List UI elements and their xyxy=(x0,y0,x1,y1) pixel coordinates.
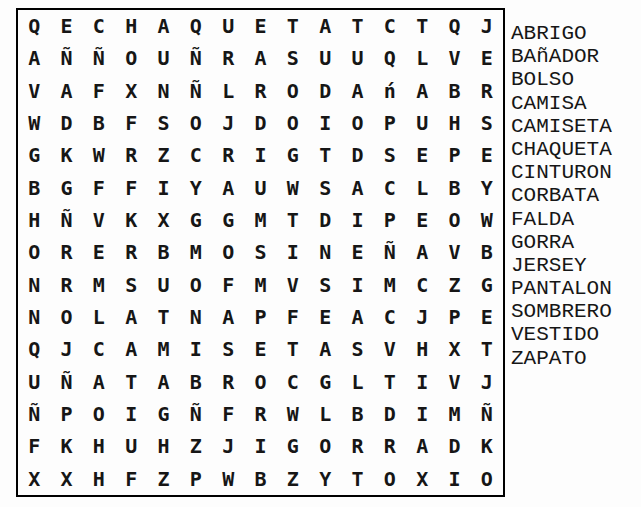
grid-cell[interactable]: R xyxy=(212,139,244,171)
grid-cell[interactable]: X xyxy=(115,75,147,107)
grid-cell[interactable]: B xyxy=(83,107,115,139)
grid-cell[interactable]: I xyxy=(147,172,179,204)
grid-cell[interactable]: M xyxy=(438,398,470,430)
grid-cell[interactable]: G xyxy=(50,172,82,204)
grid-cell[interactable]: Ñ xyxy=(18,398,50,430)
grid-cell[interactable]: V xyxy=(438,42,470,74)
word-list-item: ABRIGO xyxy=(511,22,639,45)
grid-cell[interactable]: B xyxy=(147,236,179,268)
grid-cell[interactable]: S xyxy=(471,107,503,139)
grid-cell[interactable]: C xyxy=(374,10,406,42)
grid-cell[interactable]: S xyxy=(341,333,373,365)
grid-cell[interactable]: Ñ xyxy=(83,42,115,74)
grid-cell[interactable]: L xyxy=(83,301,115,333)
grid-cell[interactable]: K xyxy=(50,430,82,462)
grid-cell[interactable]: Q xyxy=(374,42,406,74)
grid-cell[interactable]: V xyxy=(438,366,470,398)
grid-cell[interactable]: I xyxy=(115,398,147,430)
grid-cell[interactable]: R xyxy=(374,430,406,462)
grid-cell[interactable]: G xyxy=(309,366,341,398)
grid-cell[interactable]: A xyxy=(115,301,147,333)
grid-cell[interactable]: K xyxy=(50,139,82,171)
grid-cell[interactable]: X xyxy=(147,204,179,236)
word-list-item: CAMISETA xyxy=(511,115,639,138)
grid-cell[interactable]: E xyxy=(406,204,438,236)
grid-cell[interactable]: T xyxy=(341,10,373,42)
grid-cell[interactable]: B xyxy=(341,398,373,430)
grid-cell[interactable]: P xyxy=(180,463,212,495)
grid-cell[interactable]: E xyxy=(50,10,82,42)
grid-cell[interactable]: I xyxy=(341,204,373,236)
grid-cell[interactable]: C xyxy=(277,366,309,398)
grid-cell[interactable]: J xyxy=(471,366,503,398)
grid-cell[interactable]: D xyxy=(50,107,82,139)
grid-cell[interactable]: Y xyxy=(309,463,341,495)
grid-cell[interactable]: C xyxy=(83,10,115,42)
grid-cell[interactable]: O xyxy=(83,398,115,430)
grid-cell[interactable]: E xyxy=(406,139,438,171)
grid-cell[interactable]: W xyxy=(83,139,115,171)
grid-cell[interactable]: I xyxy=(438,463,470,495)
grid-cell[interactable]: S xyxy=(115,269,147,301)
grid-cell[interactable]: F xyxy=(277,301,309,333)
grid-cell[interactable]: N xyxy=(147,75,179,107)
grid-cell[interactable]: E xyxy=(341,236,373,268)
grid-cell[interactable]: D xyxy=(374,398,406,430)
grid-cell[interactable]: R xyxy=(212,42,244,74)
grid-cell[interactable]: W xyxy=(212,463,244,495)
word-list-item: GORRA xyxy=(511,231,639,254)
grid-cell[interactable]: T xyxy=(406,10,438,42)
word-list-item: VESTIDO xyxy=(511,323,639,346)
grid-cell[interactable]: Ñ xyxy=(374,236,406,268)
grid-cell[interactable]: J xyxy=(406,301,438,333)
grid-cell[interactable]: O xyxy=(277,75,309,107)
grid-cell[interactable]: E xyxy=(471,301,503,333)
grid-cell[interactable]: W xyxy=(277,398,309,430)
grid-cell[interactable]: A xyxy=(147,366,179,398)
grid-cell[interactable]: V xyxy=(277,269,309,301)
grid-cell[interactable]: F xyxy=(18,430,50,462)
grid-cell[interactable]: U xyxy=(147,42,179,74)
grid-cell[interactable]: O xyxy=(212,236,244,268)
grid-cell[interactable]: C xyxy=(83,333,115,365)
grid-cell[interactable]: K xyxy=(471,430,503,462)
grid-cell[interactable]: S xyxy=(374,139,406,171)
grid-cell[interactable]: N xyxy=(18,269,50,301)
grid-cell[interactable]: B xyxy=(180,366,212,398)
grid-cell[interactable]: V xyxy=(374,333,406,365)
grid-cell[interactable]: U xyxy=(212,10,244,42)
grid-cell[interactable]: O xyxy=(277,107,309,139)
grid-cell[interactable]: F xyxy=(83,172,115,204)
grid-cell[interactable]: I xyxy=(406,366,438,398)
grid-cell[interactable]: L xyxy=(406,42,438,74)
grid-cell[interactable]: C xyxy=(180,139,212,171)
grid-cell[interactable]: X xyxy=(406,463,438,495)
grid-cell[interactable]: I xyxy=(309,107,341,139)
grid-cell[interactable]: P xyxy=(244,301,276,333)
grid-cell[interactable]: Y xyxy=(471,172,503,204)
grid-cell[interactable]: Ñ xyxy=(180,42,212,74)
grid-cell[interactable]: S xyxy=(309,269,341,301)
grid-cell[interactable]: T xyxy=(471,333,503,365)
word-list: ABRIGOBAñADORBOLSOCAMISACAMISETACHAQUETA… xyxy=(511,22,639,370)
grid-cell[interactable]: X xyxy=(18,463,50,495)
grid-cell[interactable]: J xyxy=(212,107,244,139)
grid-cell[interactable]: A xyxy=(147,10,179,42)
grid-cell[interactable]: E xyxy=(244,333,276,365)
grid-cell[interactable]: M xyxy=(244,269,276,301)
grid-cell[interactable]: Z xyxy=(180,430,212,462)
grid-cell[interactable]: A xyxy=(309,10,341,42)
grid-cell[interactable]: L xyxy=(309,398,341,430)
grid-cell[interactable]: E xyxy=(471,42,503,74)
grid-cell[interactable]: T xyxy=(277,333,309,365)
grid-cell[interactable]: N xyxy=(18,301,50,333)
grid-cell[interactable]: U xyxy=(309,42,341,74)
grid-cell[interactable]: H xyxy=(115,10,147,42)
grid-cell[interactable]: Q xyxy=(18,10,50,42)
grid-cell[interactable]: S xyxy=(244,236,276,268)
grid-cell[interactable]: B xyxy=(244,463,276,495)
grid-cell[interactable]: G xyxy=(180,204,212,236)
grid-cell[interactable]: Z xyxy=(147,139,179,171)
grid-cell[interactable]: U xyxy=(18,366,50,398)
grid-cell[interactable]: M xyxy=(147,333,179,365)
grid-cell[interactable]: S xyxy=(212,333,244,365)
grid-cell[interactable]: A xyxy=(83,366,115,398)
grid-cell[interactable]: Ñ xyxy=(180,75,212,107)
grid-cell[interactable]: R xyxy=(115,236,147,268)
grid-cell[interactable]: Ñ xyxy=(180,398,212,430)
word-list-item: BOLSO xyxy=(511,68,639,91)
word-list-item: JERSEY xyxy=(511,254,639,277)
grid-cell[interactable]: S xyxy=(147,107,179,139)
grid-cell[interactable]: G xyxy=(471,269,503,301)
grid-cell[interactable]: A xyxy=(115,333,147,365)
grid-cell[interactable]: O xyxy=(18,236,50,268)
grid-cell[interactable]: G xyxy=(277,139,309,171)
grid-cell[interactable]: L xyxy=(341,366,373,398)
grid-cell[interactable]: R xyxy=(50,236,82,268)
grid-cell[interactable]: F xyxy=(212,269,244,301)
grid-cell[interactable]: O xyxy=(438,204,470,236)
grid-cell[interactable]: R xyxy=(341,430,373,462)
grid-cell[interactable]: H xyxy=(438,107,470,139)
grid-cell[interactable]: A xyxy=(50,75,82,107)
grid-cell[interactable]: A xyxy=(341,172,373,204)
grid-cell[interactable]: A xyxy=(341,301,373,333)
grid-cell[interactable]: Q xyxy=(438,10,470,42)
word-list-item: CORBATA xyxy=(511,184,639,207)
grid-cell[interactable]: J xyxy=(212,430,244,462)
grid-cell[interactable]: Ñ xyxy=(50,366,82,398)
grid-cell[interactable]: P xyxy=(374,204,406,236)
grid-cell[interactable]: I xyxy=(277,236,309,268)
grid-cell[interactable]: D xyxy=(438,430,470,462)
grid-cell[interactable]: F xyxy=(115,172,147,204)
grid-cell[interactable]: T xyxy=(309,139,341,171)
grid-cell[interactable]: X xyxy=(50,463,82,495)
grid-cell[interactable]: M xyxy=(180,236,212,268)
word-list-item: SOMBRERO xyxy=(511,300,639,323)
grid-cell[interactable]: D xyxy=(309,204,341,236)
grid-cell[interactable]: O xyxy=(341,107,373,139)
word-search-screen: QECHAQUETATCTQJAÑÑOUÑRASUUQLVEVAFXNÑLROD… xyxy=(0,0,641,507)
grid-cell[interactable]: I xyxy=(244,430,276,462)
grid-cell[interactable]: E xyxy=(83,236,115,268)
grid-cell[interactable]: A xyxy=(406,430,438,462)
grid-cell[interactable]: D xyxy=(341,139,373,171)
grid-cell[interactable]: Ñ xyxy=(50,42,82,74)
word-list-item: CAMISA xyxy=(511,92,639,115)
grid-cell[interactable]: U xyxy=(147,269,179,301)
word-list-item: PANTALON xyxy=(511,277,639,300)
grid-cell[interactable]: J xyxy=(471,10,503,42)
grid-cell[interactable]: N xyxy=(309,236,341,268)
word-list-item: FALDA xyxy=(511,208,639,231)
grid-cell[interactable]: D xyxy=(244,107,276,139)
grid-cell[interactable]: W xyxy=(471,204,503,236)
grid-cell[interactable]: A xyxy=(406,75,438,107)
grid-cell[interactable]: X xyxy=(438,333,470,365)
grid-cell[interactable]: I xyxy=(180,333,212,365)
grid-cell[interactable]: H xyxy=(18,204,50,236)
grid-cell[interactable]: R xyxy=(212,366,244,398)
grid-cell[interactable]: F xyxy=(115,463,147,495)
grid-cell[interactable]: G xyxy=(18,139,50,171)
grid-cell[interactable]: V xyxy=(18,75,50,107)
grid-cell[interactable]: C xyxy=(374,172,406,204)
grid-cell[interactable]: Z xyxy=(438,269,470,301)
grid-cell[interactable]: A xyxy=(309,333,341,365)
grid-cell[interactable]: R xyxy=(471,75,503,107)
grid-cell[interactable]: O xyxy=(374,463,406,495)
grid-cell[interactable]: P xyxy=(374,107,406,139)
grid-cell[interactable]: I xyxy=(244,139,276,171)
grid-cell[interactable]: N xyxy=(180,301,212,333)
grid-cell[interactable]: W xyxy=(18,107,50,139)
grid-cell[interactable]: U xyxy=(341,42,373,74)
word-list-item: BAñADOR xyxy=(511,45,639,68)
grid-cell[interactable]: O xyxy=(115,42,147,74)
grid-cell[interactable]: T xyxy=(115,366,147,398)
grid-cell[interactable]: B xyxy=(471,236,503,268)
grid-cell[interactable]: Q xyxy=(18,333,50,365)
grid-cell[interactable]: U xyxy=(244,172,276,204)
grid-cell[interactable]: M xyxy=(374,269,406,301)
grid-cell[interactable]: Z xyxy=(277,463,309,495)
grid-cell[interactable]: A xyxy=(244,42,276,74)
grid-cell[interactable]: R xyxy=(115,139,147,171)
grid-cell[interactable]: P xyxy=(438,139,470,171)
grid-cell[interactable]: M xyxy=(244,204,276,236)
grid-cell[interactable]: J xyxy=(50,333,82,365)
grid-cell[interactable]: P xyxy=(438,301,470,333)
grid-cell[interactable]: T xyxy=(147,301,179,333)
grid-cell[interactable]: M xyxy=(83,269,115,301)
grid-cell[interactable]: D xyxy=(309,75,341,107)
grid-cell[interactable]: A xyxy=(212,301,244,333)
grid-cell[interactable]: V xyxy=(438,236,470,268)
grid-cell[interactable]: I xyxy=(406,398,438,430)
grid-cell[interactable]: G xyxy=(277,430,309,462)
grid-cell[interactable]: B xyxy=(438,75,470,107)
grid-cell[interactable]: F xyxy=(115,107,147,139)
grid-cell[interactable]: Ñ xyxy=(50,204,82,236)
grid-cell[interactable]: R xyxy=(244,398,276,430)
word-list-item: CINTURON xyxy=(511,161,639,184)
grid-cell[interactable]: E xyxy=(244,10,276,42)
grid-cell[interactable]: B xyxy=(438,172,470,204)
word-search-board: QECHAQUETATCTQJAÑÑOUÑRASUUQLVEVAFXNÑLROD… xyxy=(16,8,505,497)
grid-cell[interactable]: T xyxy=(277,204,309,236)
grid-cell[interactable]: W xyxy=(277,172,309,204)
grid-cell[interactable]: P xyxy=(50,398,82,430)
grid-cell[interactable]: R xyxy=(244,75,276,107)
word-list-item: CHAQUETA xyxy=(511,138,639,161)
grid-cell[interactable]: A xyxy=(18,42,50,74)
grid-cell[interactable]: G xyxy=(212,204,244,236)
grid-cell[interactable]: C xyxy=(406,269,438,301)
grid-cell[interactable]: Z xyxy=(147,463,179,495)
grid-cell[interactable]: L xyxy=(212,75,244,107)
grid-cell[interactable]: C xyxy=(374,301,406,333)
grid-cell[interactable]: R xyxy=(50,269,82,301)
grid-cell[interactable]: B xyxy=(18,172,50,204)
grid-cell[interactable]: V xyxy=(83,204,115,236)
grid-cell[interactable]: Q xyxy=(180,10,212,42)
grid-cell[interactable]: O xyxy=(180,269,212,301)
grid-cell[interactable]: U xyxy=(406,107,438,139)
word-list-item: ZAPATO xyxy=(511,347,639,370)
grid-cell[interactable]: T xyxy=(374,366,406,398)
grid-cell[interactable]: L xyxy=(406,172,438,204)
grid-cell[interactable]: G xyxy=(147,398,179,430)
grid-cell[interactable]: S xyxy=(277,42,309,74)
grid-cell[interactable]: U xyxy=(115,430,147,462)
grid-cell[interactable]: O xyxy=(309,430,341,462)
grid-cell[interactable]: F xyxy=(83,75,115,107)
grid-cell[interactable]: H xyxy=(406,333,438,365)
grid-cell[interactable]: H xyxy=(147,430,179,462)
grid-cell[interactable]: E xyxy=(309,301,341,333)
grid-cell[interactable]: Ñ xyxy=(471,398,503,430)
grid-cell[interactable]: O xyxy=(471,463,503,495)
grid-cell[interactable]: O xyxy=(244,366,276,398)
grid-cell[interactable]: I xyxy=(341,269,373,301)
grid-cell[interactable]: K xyxy=(115,204,147,236)
grid-cell[interactable]: S xyxy=(309,172,341,204)
grid-cell[interactable]: Y xyxy=(180,172,212,204)
grid-cell[interactable]: H xyxy=(83,430,115,462)
grid-cell[interactable]: T xyxy=(277,10,309,42)
grid-cell[interactable]: A xyxy=(406,236,438,268)
grid-cell[interactable]: O xyxy=(180,107,212,139)
grid-cell[interactable]: ń xyxy=(374,75,406,107)
grid-cell[interactable]: H xyxy=(83,463,115,495)
grid-cell[interactable]: O xyxy=(50,301,82,333)
grid-cell[interactable]: T xyxy=(341,463,373,495)
grid-cell[interactable]: A xyxy=(341,75,373,107)
grid-cell[interactable]: E xyxy=(471,139,503,171)
grid-cell[interactable]: F xyxy=(212,398,244,430)
grid-cell[interactable]: A xyxy=(212,172,244,204)
